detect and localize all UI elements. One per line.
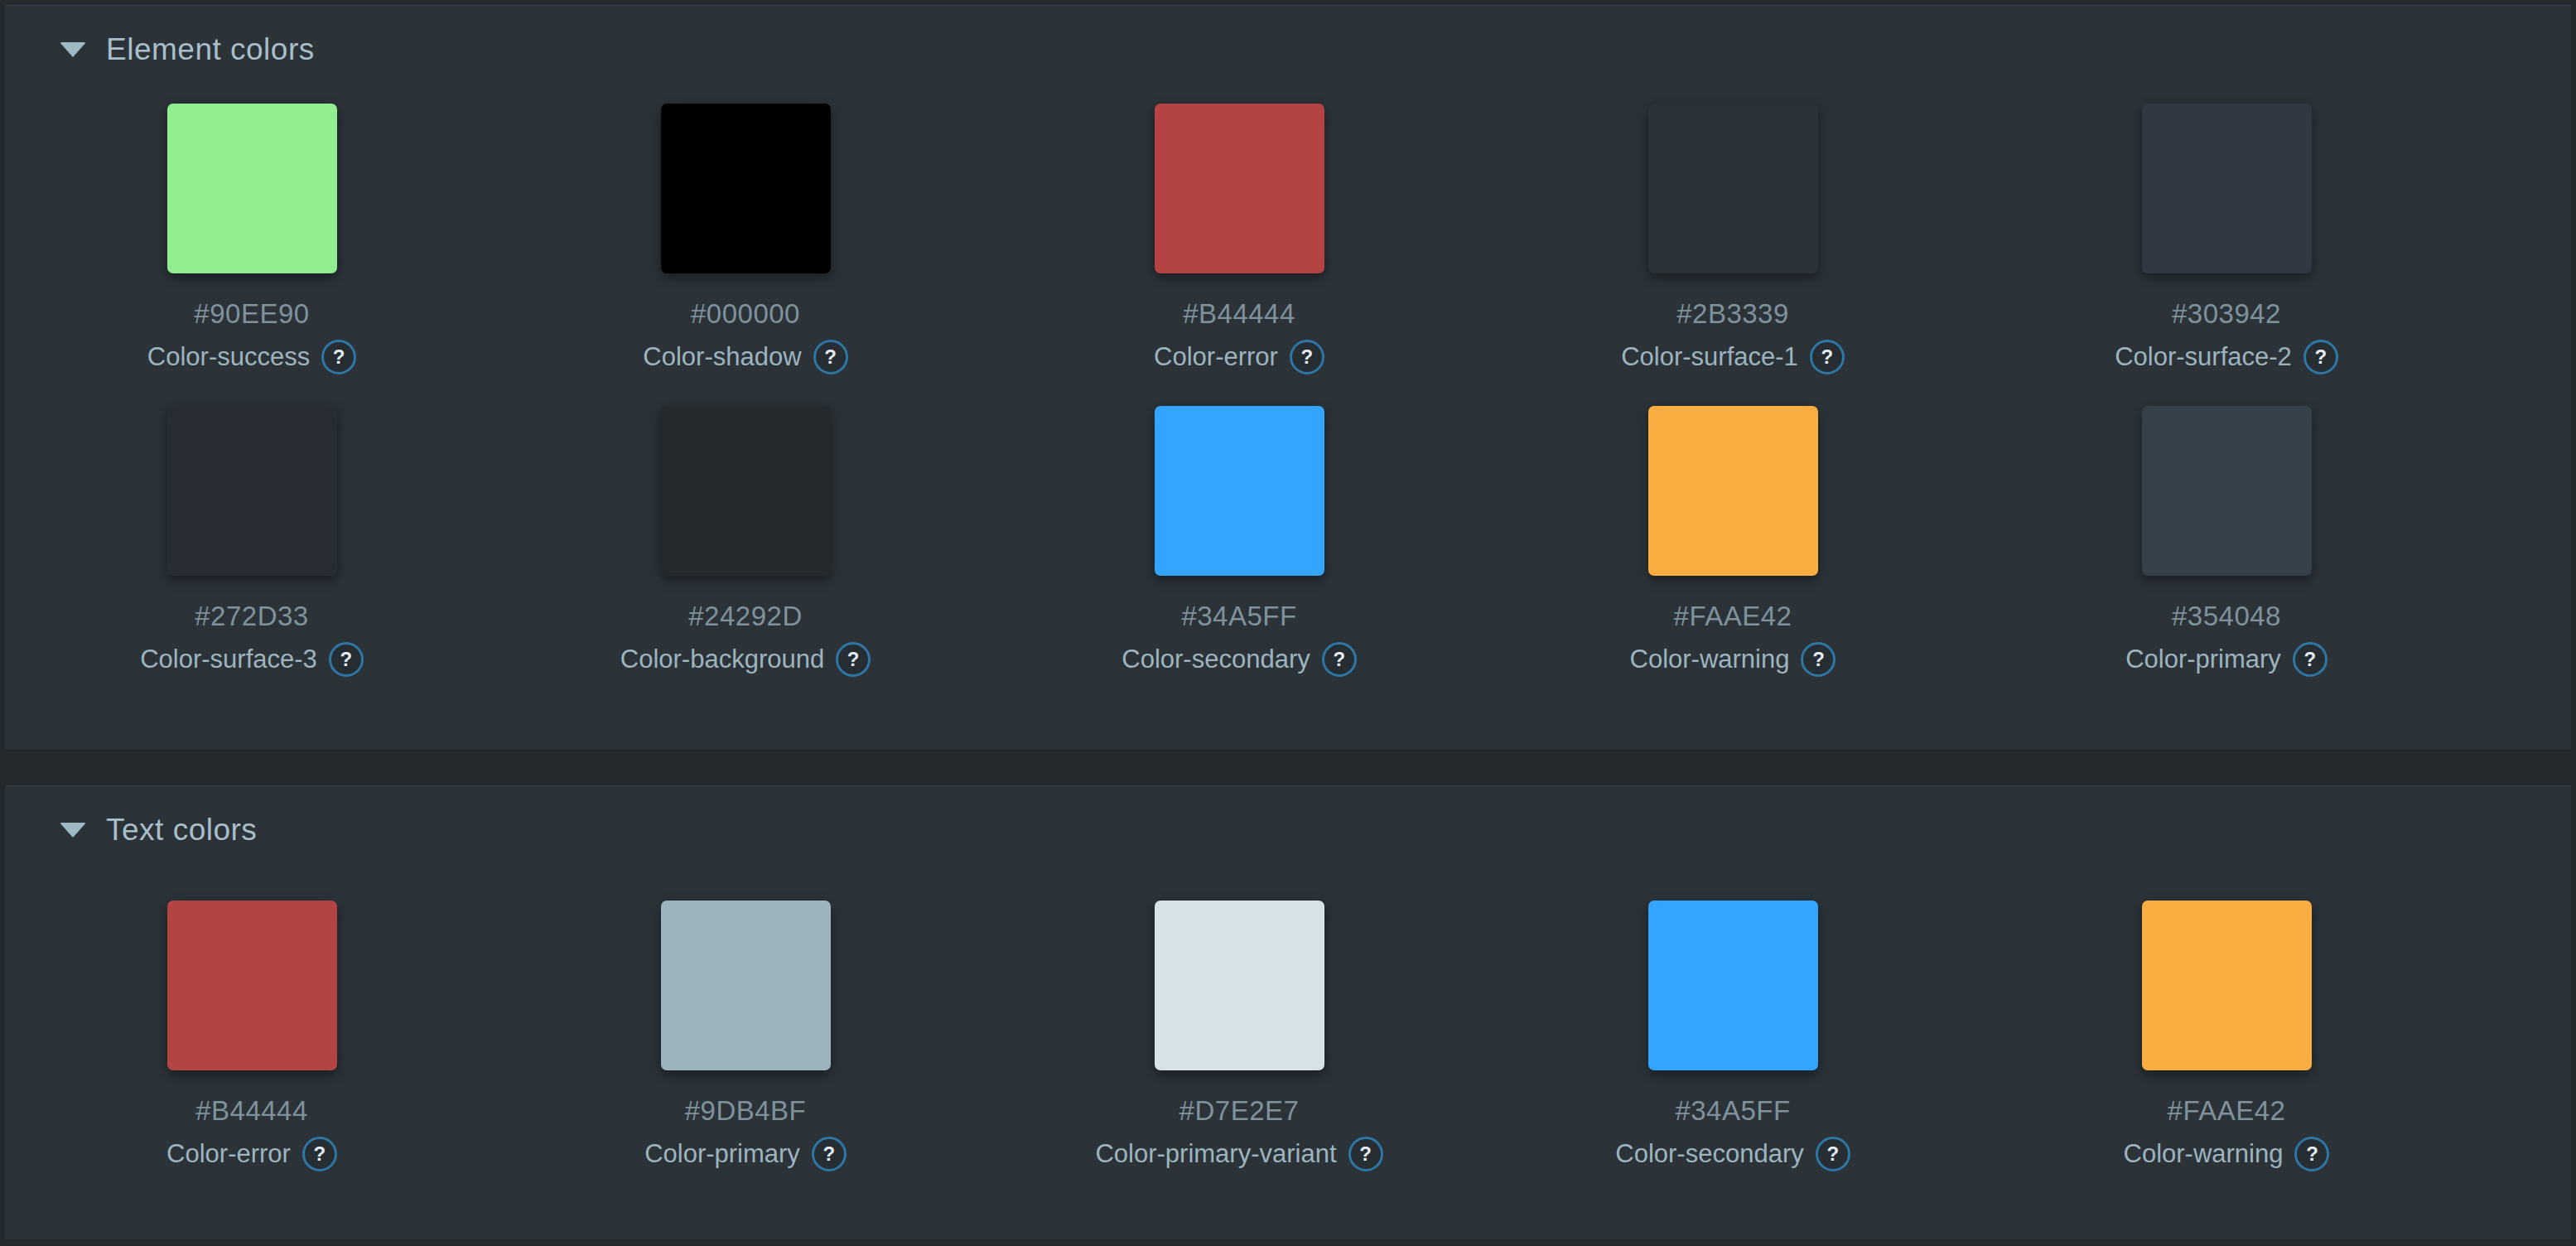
color-swatch[interactable] xyxy=(1155,406,1324,576)
element-colors-section: Element colors #90EE90 Color-success ? #… xyxy=(5,5,2571,751)
color-hex-value: #2B3339 xyxy=(1676,298,1789,330)
color-card: #303942 Color-surface-2 ? xyxy=(1980,104,2473,374)
caret-down-icon xyxy=(60,42,86,57)
color-card: #B44444 Color-error ? xyxy=(5,901,499,1171)
color-swatch[interactable] xyxy=(1648,901,1818,1070)
color-name-row: Color-error ? xyxy=(166,1137,337,1171)
color-hex-value: #90EE90 xyxy=(194,298,309,330)
section-title: Text colors xyxy=(106,813,257,848)
color-name-label: Color-warning xyxy=(2124,1139,2284,1169)
help-icon[interactable]: ? xyxy=(321,340,356,374)
color-name-label: Color-surface-2 xyxy=(2115,342,2292,372)
color-hex-value: #354048 xyxy=(2172,601,2281,632)
help-icon[interactable]: ? xyxy=(2293,642,2328,677)
color-card: #90EE90 Color-success ? xyxy=(5,104,499,374)
color-hex-value: #272D33 xyxy=(195,601,308,632)
color-name-row: Color-success ? xyxy=(147,340,356,374)
color-name-label: Color-error xyxy=(166,1139,291,1169)
color-swatch[interactable] xyxy=(1648,104,1818,273)
color-name-row: Color-warning ? xyxy=(2124,1137,2330,1171)
color-name-row: Color-primary ? xyxy=(644,1137,847,1171)
help-icon[interactable]: ? xyxy=(1348,1137,1383,1171)
color-hex-value: #9DB4BF xyxy=(685,1095,807,1127)
color-name-row: Color-warning ? xyxy=(1630,642,1836,677)
color-hex-value: #303942 xyxy=(2172,298,2281,330)
help-icon[interactable]: ? xyxy=(1290,340,1324,374)
color-name-row: Color-error ? xyxy=(1154,340,1324,374)
color-name-row: Color-surface-2 ? xyxy=(2115,340,2338,374)
color-card: #9DB4BF Color-primary ? xyxy=(499,901,992,1171)
color-card: #2B3339 Color-surface-1 ? xyxy=(1486,104,1980,374)
help-icon[interactable]: ? xyxy=(813,340,848,374)
color-card: #34A5FF Color-secondary ? xyxy=(992,406,1486,677)
color-name-label: Color-error xyxy=(1154,342,1278,372)
color-name-row: Color-surface-3 ? xyxy=(140,642,364,677)
color-name-row: Color-primary ? xyxy=(2125,642,2328,677)
color-card: #272D33 Color-surface-3 ? xyxy=(5,406,499,677)
color-swatch[interactable] xyxy=(1648,406,1818,576)
help-icon[interactable]: ? xyxy=(1810,340,1845,374)
color-hex-value: #000000 xyxy=(691,298,800,330)
color-hex-value: #FAAE42 xyxy=(1674,601,1792,632)
color-name-label: Color-background xyxy=(620,645,824,674)
help-icon[interactable]: ? xyxy=(2294,1137,2329,1171)
color-swatch[interactable] xyxy=(2142,901,2312,1070)
color-name-row: Color-primary-variant ? xyxy=(1095,1137,1382,1171)
color-card: #000000 Color-shadow ? xyxy=(499,104,992,374)
color-swatch[interactable] xyxy=(661,104,831,273)
color-name-row: Color-shadow ? xyxy=(643,340,847,374)
color-card: #354048 Color-primary ? xyxy=(1980,406,2473,677)
text-colors-section: Text colors #B44444 Color-error ? #9DB4B… xyxy=(5,785,2571,1240)
color-swatch[interactable] xyxy=(167,406,337,576)
color-swatch[interactable] xyxy=(661,406,831,576)
color-hex-value: #D7E2E7 xyxy=(1179,1095,1300,1127)
help-icon[interactable]: ? xyxy=(2303,340,2338,374)
text-colors-grid: #B44444 Color-error ? #9DB4BF Color-prim… xyxy=(5,862,2571,1171)
color-hex-value: #34A5FF xyxy=(1181,601,1296,632)
section-title: Element colors xyxy=(106,32,315,67)
color-hex-value: #B44444 xyxy=(195,1095,308,1127)
help-icon[interactable]: ? xyxy=(302,1137,337,1171)
color-name-row: Color-secondary ? xyxy=(1615,1137,1850,1171)
color-name-label: Color-warning xyxy=(1630,645,1790,674)
color-name-row: Color-secondary ? xyxy=(1122,642,1356,677)
color-card: #FAAE42 Color-warning ? xyxy=(1980,901,2473,1171)
color-name-label: Color-secondary xyxy=(1615,1139,1803,1169)
help-icon[interactable]: ? xyxy=(329,642,364,677)
text-colors-section-header[interactable]: Text colors xyxy=(5,786,2571,862)
color-card: #B44444 Color-error ? xyxy=(992,104,1486,374)
color-swatch[interactable] xyxy=(167,901,337,1070)
color-swatch[interactable] xyxy=(167,104,337,273)
color-hex-value: #B44444 xyxy=(1183,298,1295,330)
color-name-label: Color-shadow xyxy=(643,342,801,372)
color-name-label: Color-primary xyxy=(644,1139,800,1169)
color-hex-value: #24292D xyxy=(688,601,802,632)
theme-settings-page: Element colors #90EE90 Color-success ? #… xyxy=(0,0,2576,1246)
help-icon[interactable]: ? xyxy=(1322,642,1357,677)
help-icon[interactable]: ? xyxy=(812,1137,847,1171)
help-icon[interactable]: ? xyxy=(836,642,871,677)
color-card: #34A5FF Color-secondary ? xyxy=(1486,901,1980,1171)
color-swatch[interactable] xyxy=(661,901,831,1070)
color-name-label: Color-surface-3 xyxy=(140,645,317,674)
color-swatch[interactable] xyxy=(2142,406,2312,576)
color-card: #D7E2E7 Color-primary-variant ? xyxy=(992,901,1486,1171)
color-name-label: Color-primary-variant xyxy=(1095,1139,1336,1169)
color-name-label: Color-primary xyxy=(2125,645,2281,674)
color-hex-value: #34A5FF xyxy=(1675,1095,1790,1127)
color-name-label: Color-success xyxy=(147,342,310,372)
caret-down-icon xyxy=(60,823,86,838)
element-colors-grid: #90EE90 Color-success ? #000000 Color-sh… xyxy=(5,82,2571,677)
color-name-row: Color-background ? xyxy=(620,642,871,677)
help-icon[interactable]: ? xyxy=(1816,1137,1850,1171)
color-name-row: Color-surface-1 ? xyxy=(1621,340,1845,374)
help-icon[interactable]: ? xyxy=(1801,642,1836,677)
color-swatch[interactable] xyxy=(1155,104,1324,273)
color-swatch[interactable] xyxy=(1155,901,1324,1070)
color-card: #24292D Color-background ? xyxy=(499,406,992,677)
color-swatch[interactable] xyxy=(2142,104,2312,273)
color-hex-value: #FAAE42 xyxy=(2168,1095,2286,1127)
color-card: #FAAE42 Color-warning ? xyxy=(1486,406,1980,677)
element-colors-section-header[interactable]: Element colors xyxy=(5,6,2571,82)
color-name-label: Color-surface-1 xyxy=(1621,342,1798,372)
color-name-label: Color-secondary xyxy=(1122,645,1310,674)
